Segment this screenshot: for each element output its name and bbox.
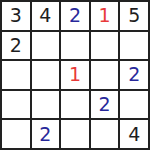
cell-r2c1[interactable]: 2 (2, 32, 30, 60)
cell-r4c2[interactable] (32, 91, 60, 119)
cell-r4c3[interactable] (61, 91, 89, 119)
cell-r3c3[interactable]: 1 (61, 61, 89, 89)
cell-r2c2[interactable] (32, 32, 60, 60)
cell-r2c5[interactable] (120, 32, 148, 60)
cell-r5c4[interactable] (91, 120, 119, 148)
puzzle-board: 34215212224 (0, 0, 150, 150)
cell-r3c5[interactable]: 2 (120, 61, 148, 89)
cell-r3c1[interactable] (2, 61, 30, 89)
cell-r2c4[interactable] (91, 32, 119, 60)
cell-r4c4[interactable]: 2 (91, 91, 119, 119)
cell-r4c1[interactable] (2, 91, 30, 119)
cell-r4c5[interactable] (120, 91, 148, 119)
cell-r1c4[interactable]: 1 (91, 2, 119, 30)
cell-r5c2[interactable]: 2 (32, 120, 60, 148)
cell-r5c5[interactable]: 4 (120, 120, 148, 148)
cell-r1c1[interactable]: 3 (2, 2, 30, 30)
cell-r1c3[interactable]: 2 (61, 2, 89, 30)
cell-r5c3[interactable] (61, 120, 89, 148)
cell-r5c1[interactable] (2, 120, 30, 148)
cell-r1c2[interactable]: 4 (32, 2, 60, 30)
cell-r2c3[interactable] (61, 32, 89, 60)
cell-r3c2[interactable] (32, 61, 60, 89)
cell-r1c5[interactable]: 5 (120, 2, 148, 30)
cell-r3c4[interactable] (91, 61, 119, 89)
